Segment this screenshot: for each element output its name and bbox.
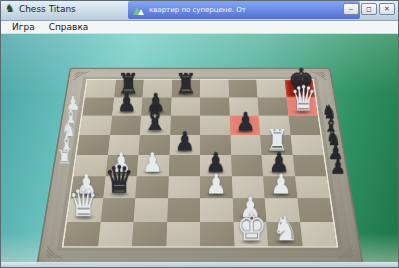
- board-playfield: ♜♜♚♟♟♛♝♟♟♜♟♟♟♟♟♛♟♟♛♟♚♞: [62, 79, 339, 248]
- piece-black-P-d5[interactable]: ♟: [169, 129, 200, 155]
- square-a2[interactable]: ♛: [67, 198, 103, 221]
- square-d1[interactable]: [166, 222, 200, 247]
- square-g7[interactable]: [257, 97, 288, 115]
- square-f8[interactable]: [228, 80, 257, 98]
- piece-white-Q-a2[interactable]: ♛: [66, 183, 100, 222]
- square-h4[interactable]: [292, 155, 326, 176]
- square-a6[interactable]: [80, 116, 112, 135]
- piece-white-K-f1[interactable]: ♚: [234, 207, 268, 247]
- square-c1[interactable]: [132, 222, 167, 247]
- square-f4[interactable]: [231, 155, 263, 176]
- window-titlebar[interactable]: квартир по суперцене. От ♞ Chess Titans …: [0, 0, 399, 21]
- maximize-button[interactable]: ◻: [361, 3, 377, 15]
- board-grid: ♜♜♚♟♟♛♝♟♟♜♟♟♟♟♟♛♟♟♛♟♚♞: [64, 80, 337, 246]
- square-e7[interactable]: [200, 97, 229, 115]
- minimize-button[interactable]: –: [343, 3, 359, 15]
- square-d5[interactable]: ♟: [169, 135, 200, 155]
- square-g1[interactable]: ♞: [266, 222, 302, 247]
- square-c2[interactable]: [134, 198, 168, 221]
- piece-white-P-c4[interactable]: ♟: [137, 149, 169, 176]
- piece-white-P-g3[interactable]: ♟: [265, 171, 298, 198]
- square-d4[interactable]: [168, 155, 200, 176]
- square-c4[interactable]: ♟: [137, 155, 169, 176]
- piece-black-B-c6[interactable]: ♝: [140, 102, 170, 135]
- menu-bar: Игра Справка: [0, 21, 399, 34]
- piece-white-N-g1[interactable]: ♞: [268, 212, 303, 247]
- square-h5[interactable]: [290, 135, 323, 155]
- square-d2[interactable]: [167, 198, 200, 221]
- square-d3[interactable]: [168, 176, 200, 198]
- square-g3[interactable]: ♟: [263, 176, 297, 198]
- square-d8[interactable]: ♜: [171, 80, 200, 98]
- piece-white-P-e3[interactable]: ♟: [200, 171, 232, 198]
- square-b3[interactable]: ♛: [103, 176, 137, 198]
- square-h7[interactable]: ♛: [286, 97, 317, 115]
- square-c3[interactable]: [135, 176, 168, 198]
- square-a1[interactable]: [64, 222, 101, 247]
- square-c6[interactable]: ♝: [140, 116, 171, 135]
- square-b2[interactable]: [100, 198, 135, 221]
- menu-game[interactable]: Игра: [6, 22, 41, 32]
- captured-white-R: ♜: [56, 148, 74, 168]
- piece-black-P-b7[interactable]: ♟: [112, 91, 142, 116]
- captured-black-P: ♟: [329, 157, 347, 177]
- square-g8[interactable]: [256, 80, 286, 98]
- window-title: Chess Titans: [19, 4, 76, 14]
- square-e3[interactable]: ♟: [200, 176, 232, 198]
- piece-black-R-d8[interactable]: ♜: [171, 69, 200, 97]
- square-b7[interactable]: ♟: [112, 97, 143, 115]
- square-h1[interactable]: [300, 222, 337, 247]
- square-h6[interactable]: [288, 116, 320, 135]
- square-b1[interactable]: [98, 222, 134, 247]
- square-f5[interactable]: [230, 135, 262, 155]
- square-h3[interactable]: [295, 176, 330, 198]
- chess-board[interactable]: ♟♝♞♝♜ ♞♝♞♟♟ ♜♜♚♟♟♛♝♟♟♜♟♟♟♟♟♛♟♟♛♟♚♞: [36, 68, 363, 265]
- close-button[interactable]: ✕: [379, 3, 395, 15]
- game-viewport: ♟♝♞♝♜ ♞♝♞♟♟ ♜♜♚♟♟♛♝♟♟♜♟♟♟♟♟♛♟♟♛♟♚♞: [1, 34, 398, 267]
- piece-black-P-f6[interactable]: ♟: [230, 109, 260, 135]
- square-b6[interactable]: [110, 116, 141, 135]
- square-f6[interactable]: ♟: [229, 116, 260, 135]
- square-d7[interactable]: [171, 97, 200, 115]
- piece-white-Q-h7[interactable]: ♛: [288, 81, 318, 116]
- square-e1[interactable]: [200, 222, 234, 247]
- window-frame-bottom: [1, 262, 398, 267]
- square-e2[interactable]: [200, 198, 233, 221]
- square-a7[interactable]: [82, 97, 113, 115]
- square-f1[interactable]: ♚: [233, 222, 268, 247]
- menu-help[interactable]: Справка: [43, 22, 95, 32]
- board-scene: ♟♝♞♝♜ ♞♝♞♟♟ ♜♜♚♟♟♛♝♟♟♜♟♟♟♟♟♛♟♟♛♟♚♞: [14, 50, 386, 260]
- piece-black-Q-b3[interactable]: ♛: [102, 160, 135, 198]
- app-knight-icon: ♞: [5, 3, 15, 14]
- square-e6[interactable]: [200, 116, 230, 135]
- square-e8[interactable]: [200, 80, 229, 98]
